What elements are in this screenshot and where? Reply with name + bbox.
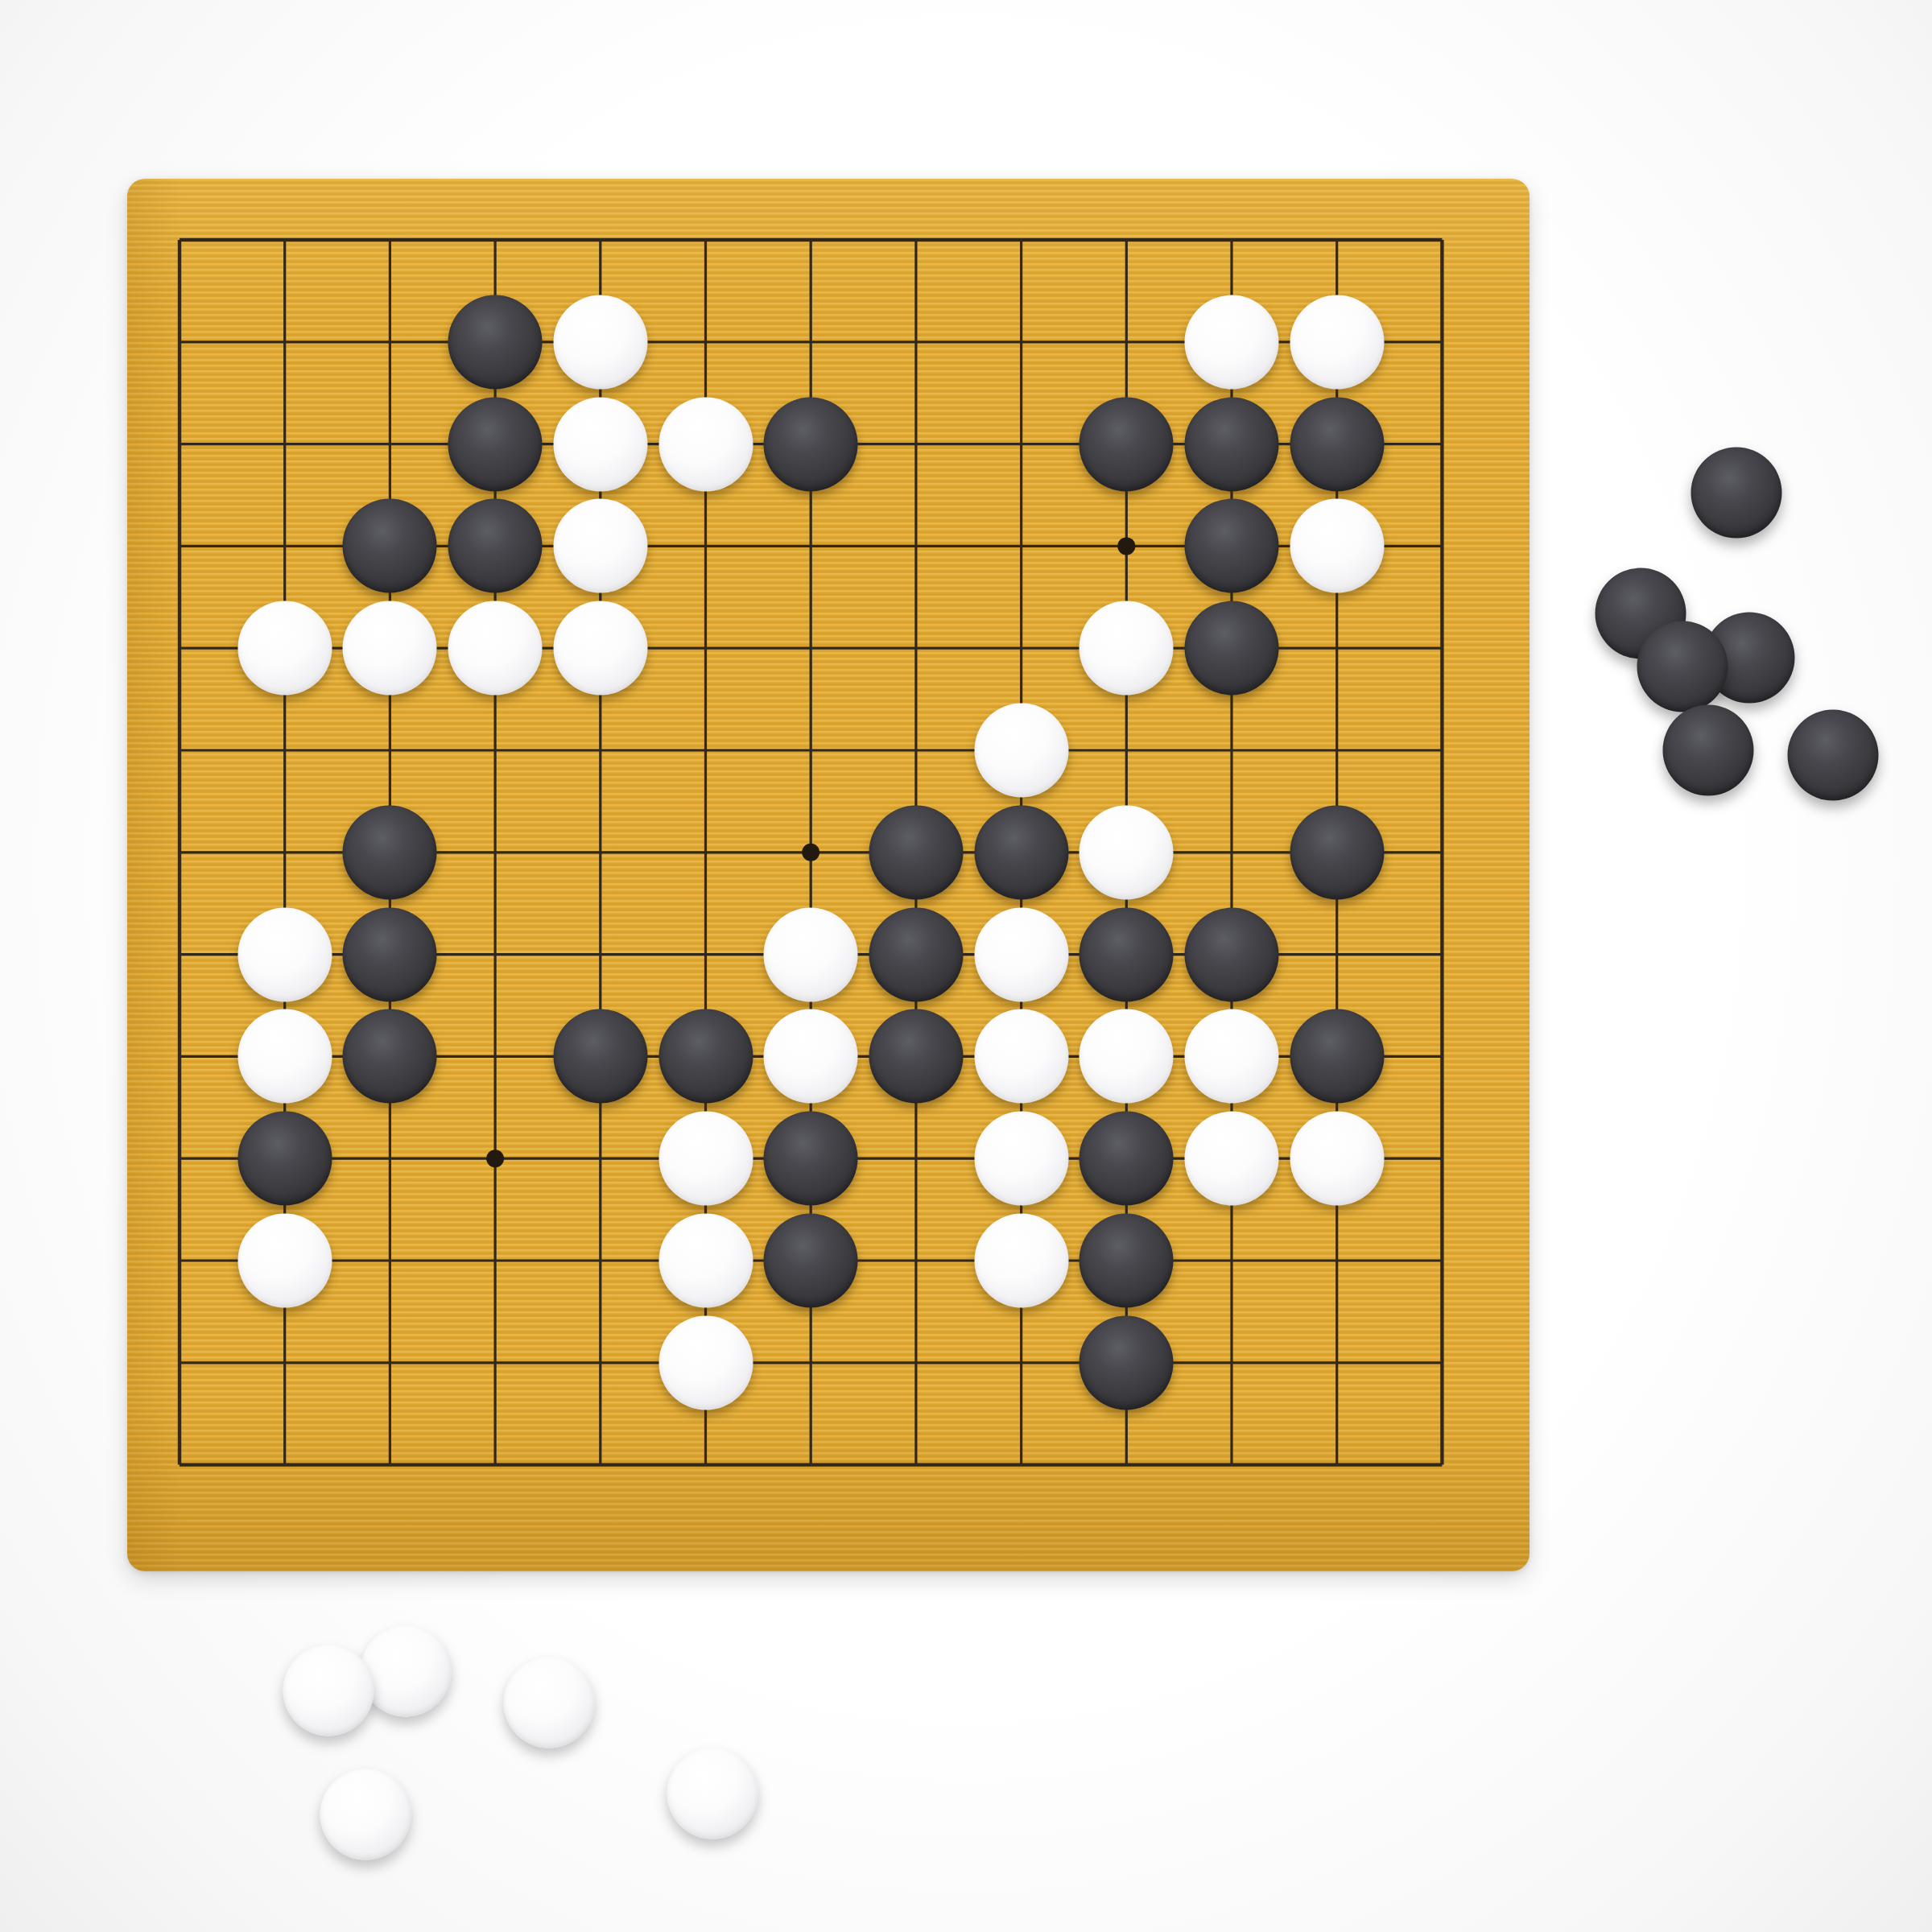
stone-white[interactable] bbox=[237, 601, 332, 696]
offboard-stone-white[interactable] bbox=[283, 1645, 374, 1736]
stone-black[interactable] bbox=[1185, 397, 1279, 491]
star-point bbox=[1117, 537, 1135, 555]
stone-black[interactable] bbox=[1290, 805, 1384, 899]
stone-white[interactable] bbox=[974, 1009, 1068, 1104]
stone-black[interactable] bbox=[1080, 1214, 1174, 1308]
stone-white[interactable] bbox=[1185, 1009, 1279, 1104]
stone-white[interactable] bbox=[1290, 499, 1384, 593]
stone-white[interactable] bbox=[1185, 1112, 1279, 1206]
offboard-stone-white[interactable] bbox=[361, 1626, 452, 1717]
stone-black[interactable] bbox=[1290, 1009, 1384, 1104]
stone-white[interactable] bbox=[658, 1112, 753, 1206]
offboard-stone-white[interactable] bbox=[667, 1748, 758, 1839]
stone-black[interactable] bbox=[1185, 499, 1279, 593]
stone-black[interactable] bbox=[764, 1214, 858, 1308]
stone-white[interactable] bbox=[1185, 295, 1279, 389]
stone-white[interactable] bbox=[974, 704, 1068, 798]
stone-white[interactable] bbox=[974, 907, 1068, 1001]
stone-black[interactable] bbox=[869, 907, 963, 1001]
stone-white[interactable] bbox=[553, 601, 647, 696]
photo-scene bbox=[0, 0, 1932, 1932]
offboard-stone-black[interactable] bbox=[1788, 710, 1879, 801]
stone-black[interactable] bbox=[343, 907, 437, 1001]
stone-black[interactable] bbox=[343, 1009, 437, 1104]
offboard-stone-black[interactable] bbox=[1691, 448, 1782, 539]
stone-white[interactable] bbox=[237, 907, 332, 1001]
stone-black[interactable] bbox=[974, 805, 1068, 899]
offboard-stone-black[interactable] bbox=[1663, 705, 1754, 796]
offboard-stone-black[interactable] bbox=[1637, 621, 1728, 712]
stone-black[interactable] bbox=[869, 1009, 963, 1104]
stone-white[interactable] bbox=[1080, 1009, 1174, 1104]
stone-black[interactable] bbox=[1080, 1315, 1174, 1410]
stone-black[interactable] bbox=[764, 1112, 858, 1206]
stone-white[interactable] bbox=[1290, 1112, 1384, 1206]
stone-black[interactable] bbox=[1080, 907, 1174, 1001]
stone-white[interactable] bbox=[1290, 295, 1384, 389]
stone-white[interactable] bbox=[1080, 601, 1174, 696]
stone-white[interactable] bbox=[658, 397, 753, 491]
stone-white[interactable] bbox=[237, 1009, 332, 1104]
stone-black[interactable] bbox=[1185, 601, 1279, 696]
offboard-stone-white[interactable] bbox=[320, 1769, 411, 1860]
stone-black[interactable] bbox=[1185, 907, 1279, 1001]
stone-black[interactable] bbox=[448, 499, 543, 593]
stone-black[interactable] bbox=[448, 397, 543, 491]
stone-white[interactable] bbox=[237, 1214, 332, 1308]
stone-black[interactable] bbox=[764, 397, 858, 491]
stone-white[interactable] bbox=[974, 1214, 1068, 1308]
stone-black[interactable] bbox=[553, 1009, 647, 1104]
stone-white[interactable] bbox=[764, 1009, 858, 1104]
stone-white[interactable] bbox=[553, 499, 647, 593]
star-point bbox=[486, 1150, 504, 1167]
stone-white[interactable] bbox=[553, 397, 647, 491]
stone-black[interactable] bbox=[1290, 397, 1384, 491]
stone-white[interactable] bbox=[448, 601, 543, 696]
offboard-stone-white[interactable] bbox=[504, 1657, 595, 1748]
stone-black[interactable] bbox=[237, 1112, 332, 1206]
star-point bbox=[802, 844, 819, 861]
stone-white[interactable] bbox=[658, 1214, 753, 1308]
stone-black[interactable] bbox=[869, 805, 963, 899]
stone-white[interactable] bbox=[553, 295, 647, 389]
stone-white[interactable] bbox=[658, 1315, 753, 1410]
stone-white[interactable] bbox=[764, 907, 858, 1001]
stone-white[interactable] bbox=[343, 601, 437, 696]
stone-white[interactable] bbox=[1080, 805, 1174, 899]
stone-black[interactable] bbox=[1080, 397, 1174, 491]
stone-white[interactable] bbox=[974, 1112, 1068, 1206]
stone-black[interactable] bbox=[658, 1009, 753, 1104]
stone-black[interactable] bbox=[1080, 1112, 1174, 1206]
stone-black[interactable] bbox=[343, 499, 437, 593]
stone-black[interactable] bbox=[343, 805, 437, 899]
stone-black[interactable] bbox=[448, 295, 543, 389]
